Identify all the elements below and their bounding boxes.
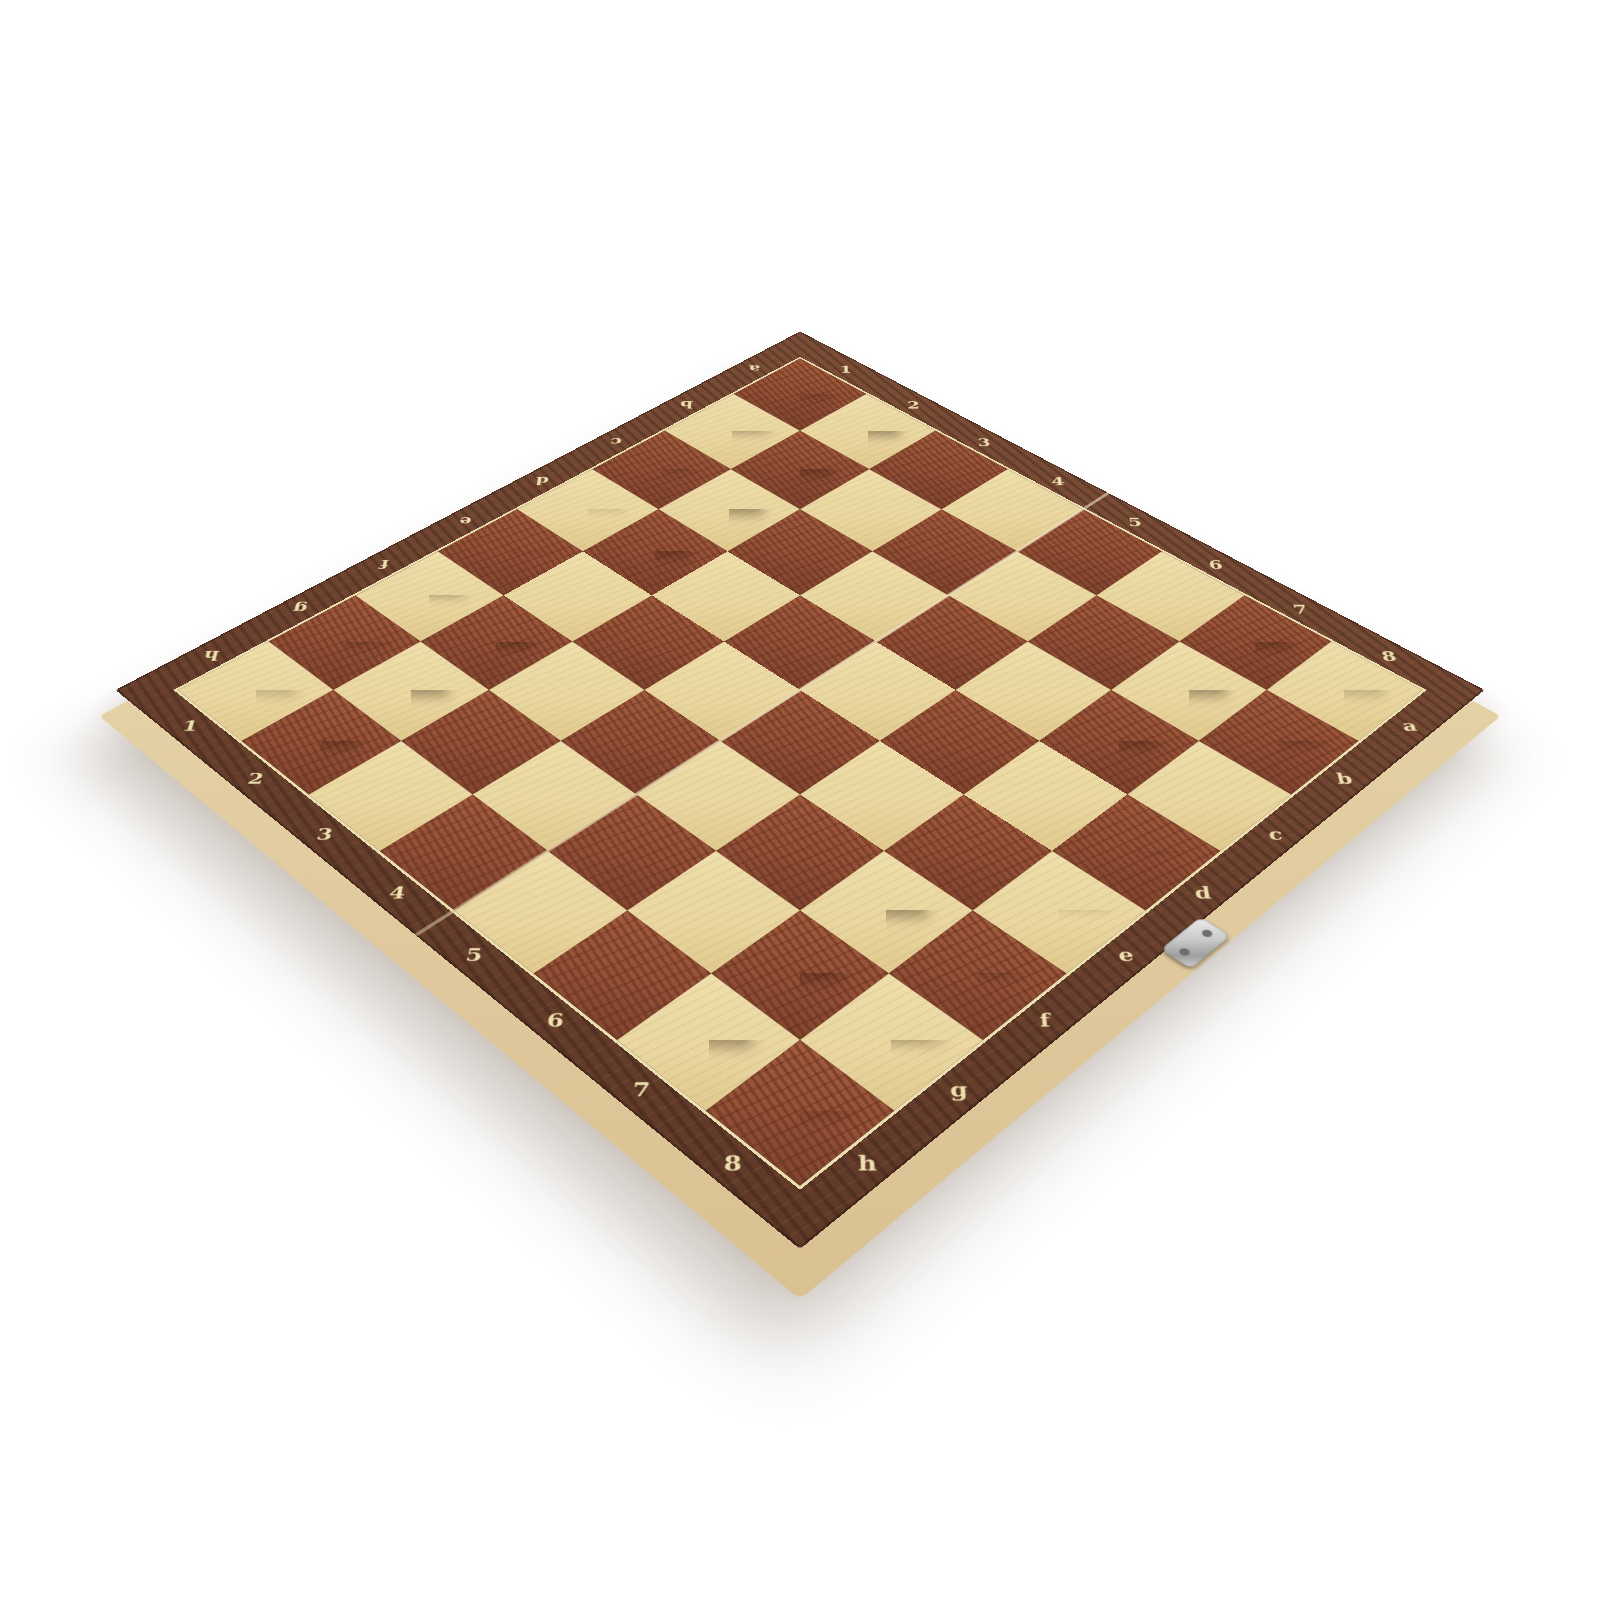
piece-glyph: ♟ [576, 466, 734, 563]
product-photo-scene: abcdefgh abcdefgh 12345678 12345678 ♜♟♟♜… [0, 0, 1600, 1600]
coordinate-label-7: 7 [574, 1069, 709, 1109]
square-e5[interactable] [720, 690, 880, 794]
chess-grid: ♜♟♟♜♞♟♟♞♝♟♟♛♟♛♚♚♝♟♟♝♞♟♟♞♜♟♟♜ [178, 359, 1423, 1186]
piece-glyph: ♟ [234, 647, 408, 754]
board-frame: abcdefgh abcdefgh 12345678 12345678 ♜♟♟♜… [116, 331, 1485, 1249]
chess-board-3d: abcdefgh abcdefgh 12345678 12345678 ♜♟♟♜… [116, 331, 1485, 1249]
coordinate-label-e: e [1095, 910, 1158, 1000]
coordinate-label-8: 8 [664, 1141, 801, 1184]
coordinate-label-3: 3 [935, 431, 1034, 453]
coordinate-label-4: 4 [1007, 470, 1109, 493]
coordinate-label-g: g [929, 1040, 988, 1141]
piece-glyph: ♜ [697, 982, 903, 1125]
square-g3[interactable] [401, 690, 561, 794]
coordinate-label-a: a [1377, 690, 1444, 763]
